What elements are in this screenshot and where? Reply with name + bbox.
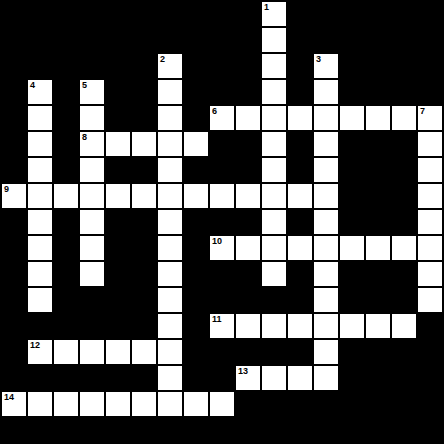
black-cell [339,183,365,209]
black-cell [183,287,209,313]
black-cell [183,209,209,235]
black-cell [235,391,261,417]
black-cell [183,417,209,443]
white-cell[interactable] [105,183,131,209]
white-cell[interactable] [157,287,183,313]
white-cell[interactable] [209,391,235,417]
black-cell [287,209,313,235]
black-cell [79,365,105,391]
black-cell [79,53,105,79]
white-cell[interactable] [261,365,287,391]
black-cell [53,79,79,105]
black-cell [1,417,27,443]
white-cell[interactable] [365,235,391,261]
white-cell[interactable] [79,235,105,261]
black-cell [53,157,79,183]
black-cell [339,79,365,105]
white-cell[interactable]: 4 [27,79,53,105]
black-cell [339,417,365,443]
black-cell [313,391,339,417]
white-cell[interactable] [105,391,131,417]
black-cell [313,27,339,53]
black-cell [287,261,313,287]
white-cell[interactable] [105,131,131,157]
black-cell [157,417,183,443]
black-cell [391,27,417,53]
black-cell [287,1,313,27]
black-cell [131,209,157,235]
black-cell [27,27,53,53]
black-cell [209,27,235,53]
white-cell[interactable] [417,183,443,209]
white-cell[interactable] [183,183,209,209]
white-cell[interactable] [261,79,287,105]
black-cell [105,53,131,79]
clue-number: 13 [238,366,248,377]
white-cell[interactable] [79,183,105,209]
white-cell[interactable] [235,183,261,209]
black-cell [417,27,443,53]
black-cell [339,27,365,53]
black-cell [235,1,261,27]
black-cell [79,417,105,443]
white-cell[interactable] [53,339,79,365]
black-cell [183,339,209,365]
white-cell[interactable] [27,105,53,131]
white-cell[interactable] [287,183,313,209]
black-cell [391,417,417,443]
black-cell [1,53,27,79]
black-cell [131,313,157,339]
black-cell [287,131,313,157]
black-cell [365,287,391,313]
white-cell[interactable] [235,313,261,339]
white-cell[interactable] [261,53,287,79]
black-cell [365,339,391,365]
white-cell[interactable]: 9 [1,183,27,209]
black-cell [365,209,391,235]
black-cell [235,131,261,157]
black-cell [105,27,131,53]
white-cell[interactable] [313,287,339,313]
clue-number: 5 [82,80,87,91]
white-cell[interactable] [313,131,339,157]
black-cell [131,27,157,53]
black-cell [287,287,313,313]
black-cell [339,209,365,235]
white-cell[interactable] [183,391,209,417]
black-cell [27,417,53,443]
white-cell[interactable] [261,27,287,53]
black-cell [417,339,443,365]
white-cell[interactable] [287,235,313,261]
white-cell[interactable] [79,261,105,287]
white-cell[interactable] [79,339,105,365]
white-cell[interactable] [53,183,79,209]
black-cell [287,27,313,53]
white-cell[interactable] [27,131,53,157]
black-cell [391,261,417,287]
white-cell[interactable] [339,235,365,261]
black-cell [287,157,313,183]
black-cell [131,365,157,391]
black-cell [183,53,209,79]
white-cell[interactable] [313,235,339,261]
black-cell [1,235,27,261]
clue-number: 10 [212,236,222,247]
white-cell[interactable] [417,235,443,261]
white-cell[interactable] [27,235,53,261]
black-cell [391,391,417,417]
black-cell [235,209,261,235]
white-cell[interactable] [365,313,391,339]
white-cell[interactable] [157,365,183,391]
white-cell[interactable] [287,313,313,339]
white-cell[interactable]: 11 [209,313,235,339]
clue-number: 8 [82,132,87,143]
white-cell[interactable] [261,183,287,209]
black-cell [53,105,79,131]
black-cell [417,391,443,417]
black-cell [105,261,131,287]
black-cell [1,261,27,287]
clue-number: 1 [264,2,269,13]
black-cell [157,1,183,27]
black-cell [183,261,209,287]
black-cell [209,131,235,157]
white-cell[interactable] [391,105,417,131]
clue-number: 9 [4,184,9,195]
white-cell[interactable] [27,209,53,235]
crossword-board: 1234567891011121314 [0,0,444,444]
black-cell [235,287,261,313]
black-cell [287,53,313,79]
white-cell[interactable] [27,261,53,287]
white-cell[interactable] [131,131,157,157]
black-cell [339,1,365,27]
black-cell [53,1,79,27]
black-cell [391,365,417,391]
black-cell [391,131,417,157]
black-cell [339,261,365,287]
black-cell [391,209,417,235]
black-cell [183,365,209,391]
clue-number: 6 [212,106,217,117]
black-cell [235,417,261,443]
black-cell [365,261,391,287]
black-cell [105,287,131,313]
black-cell [53,287,79,313]
black-cell [417,79,443,105]
black-cell [79,27,105,53]
black-cell [313,417,339,443]
white-cell[interactable] [417,131,443,157]
white-cell[interactable] [27,157,53,183]
black-cell [183,105,209,131]
black-cell [1,1,27,27]
white-cell[interactable] [235,235,261,261]
black-cell [417,1,443,27]
white-cell[interactable]: 13 [235,365,261,391]
black-cell [131,53,157,79]
clue-number: 14 [4,392,14,403]
black-cell [27,1,53,27]
black-cell [287,391,313,417]
black-cell [235,261,261,287]
black-cell [365,365,391,391]
white-cell[interactable] [157,235,183,261]
white-cell[interactable] [157,79,183,105]
white-cell[interactable] [261,209,287,235]
black-cell [27,365,53,391]
white-cell[interactable] [417,261,443,287]
white-cell[interactable]: 7 [417,105,443,131]
white-cell[interactable] [261,157,287,183]
white-cell[interactable] [157,209,183,235]
black-cell [105,209,131,235]
clue-number: 12 [30,340,40,351]
black-cell [209,339,235,365]
white-cell[interactable] [417,287,443,313]
white-cell[interactable] [417,209,443,235]
black-cell [339,339,365,365]
white-cell[interactable]: 1 [261,1,287,27]
black-cell [261,391,287,417]
white-cell[interactable] [157,391,183,417]
black-cell [79,313,105,339]
black-cell [79,287,105,313]
black-cell [261,339,287,365]
black-cell [209,157,235,183]
white-cell[interactable] [287,105,313,131]
white-cell[interactable] [105,339,131,365]
white-cell[interactable] [339,313,365,339]
clue-number: 2 [160,54,165,65]
black-cell [209,287,235,313]
black-cell [391,287,417,313]
black-cell [365,79,391,105]
white-cell[interactable] [209,183,235,209]
black-cell [105,235,131,261]
black-cell [209,261,235,287]
black-cell [365,183,391,209]
white-cell[interactable] [313,261,339,287]
black-cell [53,209,79,235]
black-cell [261,287,287,313]
black-cell [1,339,27,365]
black-cell [365,53,391,79]
black-cell [417,365,443,391]
black-cell [105,157,131,183]
black-cell [365,1,391,27]
black-cell [365,27,391,53]
white-cell[interactable] [261,261,287,287]
black-cell [105,417,131,443]
black-cell [365,131,391,157]
black-cell [365,157,391,183]
black-cell [53,235,79,261]
black-cell [53,365,79,391]
white-cell[interactable]: 14 [1,391,27,417]
black-cell [287,339,313,365]
white-cell[interactable] [79,209,105,235]
white-cell[interactable]: 6 [209,105,235,131]
white-cell[interactable] [157,157,183,183]
white-cell[interactable]: 12 [27,339,53,365]
black-cell [1,131,27,157]
black-cell [365,417,391,443]
black-cell [1,287,27,313]
clue-number: 7 [420,106,425,117]
white-cell[interactable] [417,157,443,183]
black-cell [1,157,27,183]
black-cell [105,105,131,131]
black-cell [339,53,365,79]
white-cell[interactable] [261,235,287,261]
black-cell [391,1,417,27]
black-cell [53,313,79,339]
black-cell [183,157,209,183]
white-cell[interactable] [27,391,53,417]
white-cell[interactable] [157,339,183,365]
white-cell[interactable] [313,339,339,365]
white-cell[interactable] [365,105,391,131]
white-cell[interactable] [131,183,157,209]
black-cell [79,1,105,27]
black-cell [339,157,365,183]
white-cell[interactable] [313,157,339,183]
black-cell [53,27,79,53]
black-cell [183,313,209,339]
black-cell [105,1,131,27]
black-cell [183,79,209,105]
black-cell [1,209,27,235]
white-cell[interactable] [261,131,287,157]
white-cell[interactable] [235,105,261,131]
black-cell [209,417,235,443]
black-cell [391,183,417,209]
crossword-grid: 1234567891011121314 [1,1,443,443]
black-cell [131,105,157,131]
black-cell [235,79,261,105]
white-cell[interactable] [131,339,157,365]
black-cell [1,79,27,105]
white-cell[interactable] [313,313,339,339]
black-cell [53,131,79,157]
black-cell [339,287,365,313]
black-cell [261,417,287,443]
white-cell[interactable] [157,261,183,287]
black-cell [209,209,235,235]
black-cell [235,27,261,53]
black-cell [209,79,235,105]
white-cell[interactable] [27,287,53,313]
white-cell[interactable] [339,105,365,131]
white-cell[interactable] [313,105,339,131]
black-cell [131,157,157,183]
black-cell [183,235,209,261]
black-cell [391,157,417,183]
white-cell[interactable] [157,131,183,157]
black-cell [1,27,27,53]
white-cell[interactable] [79,157,105,183]
black-cell [1,365,27,391]
white-cell[interactable] [27,183,53,209]
black-cell [391,339,417,365]
white-cell[interactable] [53,391,79,417]
white-cell[interactable] [391,235,417,261]
white-cell[interactable] [131,391,157,417]
black-cell [183,1,209,27]
black-cell [53,53,79,79]
black-cell [287,417,313,443]
black-cell [131,261,157,287]
black-cell [53,417,79,443]
white-cell[interactable] [391,313,417,339]
black-cell [391,53,417,79]
black-cell [313,1,339,27]
white-cell[interactable]: 2 [157,53,183,79]
white-cell[interactable] [287,365,313,391]
white-cell[interactable] [79,105,105,131]
black-cell [235,53,261,79]
white-cell[interactable]: 10 [209,235,235,261]
white-cell[interactable] [313,79,339,105]
black-cell [105,365,131,391]
white-cell[interactable] [261,313,287,339]
black-cell [209,53,235,79]
white-cell[interactable] [313,209,339,235]
black-cell [339,365,365,391]
black-cell [209,1,235,27]
black-cell [417,53,443,79]
black-cell [235,339,261,365]
black-cell [131,79,157,105]
white-cell[interactable] [183,131,209,157]
black-cell [183,27,209,53]
white-cell[interactable] [79,391,105,417]
white-cell[interactable] [157,313,183,339]
white-cell[interactable]: 3 [313,53,339,79]
black-cell [131,287,157,313]
black-cell [1,105,27,131]
white-cell[interactable] [157,183,183,209]
black-cell [27,313,53,339]
clue-number: 11 [212,314,222,325]
black-cell [417,313,443,339]
black-cell [131,1,157,27]
white-cell[interactable] [157,105,183,131]
white-cell[interactable]: 8 [79,131,105,157]
black-cell [417,417,443,443]
black-cell [105,313,131,339]
black-cell [157,27,183,53]
black-cell [339,131,365,157]
black-cell [105,79,131,105]
clue-number: 4 [30,80,35,91]
white-cell[interactable]: 5 [79,79,105,105]
black-cell [209,365,235,391]
black-cell [53,261,79,287]
black-cell [339,391,365,417]
white-cell[interactable] [313,183,339,209]
clue-number: 3 [316,54,321,65]
white-cell[interactable] [313,365,339,391]
white-cell[interactable] [261,105,287,131]
black-cell [27,53,53,79]
black-cell [235,157,261,183]
black-cell [287,79,313,105]
